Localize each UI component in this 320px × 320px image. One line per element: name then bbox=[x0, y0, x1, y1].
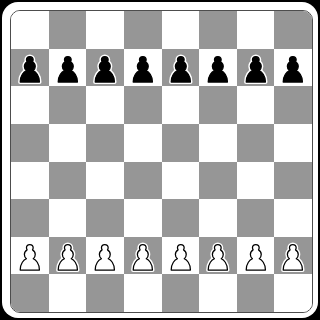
square-a3[interactable] bbox=[11, 199, 49, 237]
square-c6[interactable] bbox=[86, 86, 124, 124]
square-c3[interactable] bbox=[86, 199, 124, 237]
square-c4[interactable] bbox=[86, 162, 124, 200]
square-a4[interactable] bbox=[11, 162, 49, 200]
square-e2[interactable] bbox=[162, 237, 200, 275]
white-pawn[interactable] bbox=[237, 237, 275, 275]
square-b3[interactable] bbox=[49, 199, 87, 237]
square-g8[interactable] bbox=[237, 11, 275, 49]
square-h2[interactable] bbox=[274, 237, 312, 275]
square-g5[interactable] bbox=[237, 124, 275, 162]
square-d7[interactable] bbox=[124, 49, 162, 87]
square-c7[interactable] bbox=[86, 49, 124, 87]
square-b2[interactable] bbox=[49, 237, 87, 275]
square-d5[interactable] bbox=[124, 124, 162, 162]
square-h3[interactable] bbox=[274, 199, 312, 237]
board-frame bbox=[2, 2, 318, 318]
white-pawn[interactable] bbox=[162, 237, 200, 275]
black-pawn[interactable] bbox=[162, 49, 200, 87]
black-pawn[interactable] bbox=[199, 49, 237, 87]
square-h1[interactable] bbox=[274, 274, 312, 312]
square-f6[interactable] bbox=[199, 86, 237, 124]
square-e5[interactable] bbox=[162, 124, 200, 162]
square-e8[interactable] bbox=[162, 11, 200, 49]
square-b4[interactable] bbox=[49, 162, 87, 200]
square-h8[interactable] bbox=[274, 11, 312, 49]
square-f5[interactable] bbox=[199, 124, 237, 162]
square-b1[interactable] bbox=[49, 274, 87, 312]
white-pawn[interactable] bbox=[11, 237, 49, 275]
square-g4[interactable] bbox=[237, 162, 275, 200]
square-g6[interactable] bbox=[237, 86, 275, 124]
white-pawn[interactable] bbox=[274, 237, 312, 275]
square-a5[interactable] bbox=[11, 124, 49, 162]
black-pawn[interactable] bbox=[49, 49, 87, 87]
square-g2[interactable] bbox=[237, 237, 275, 275]
black-pawn[interactable] bbox=[11, 49, 49, 87]
square-a6[interactable] bbox=[11, 86, 49, 124]
square-d4[interactable] bbox=[124, 162, 162, 200]
square-h5[interactable] bbox=[274, 124, 312, 162]
square-b6[interactable] bbox=[49, 86, 87, 124]
square-e4[interactable] bbox=[162, 162, 200, 200]
square-c5[interactable] bbox=[86, 124, 124, 162]
square-d8[interactable] bbox=[124, 11, 162, 49]
square-d2[interactable] bbox=[124, 237, 162, 275]
square-g3[interactable] bbox=[237, 199, 275, 237]
square-a8[interactable] bbox=[11, 11, 49, 49]
square-d1[interactable] bbox=[124, 274, 162, 312]
square-d3[interactable] bbox=[124, 199, 162, 237]
square-a2[interactable] bbox=[11, 237, 49, 275]
white-pawn[interactable] bbox=[124, 237, 162, 275]
square-b7[interactable] bbox=[49, 49, 87, 87]
black-pawn[interactable] bbox=[237, 49, 275, 87]
square-a1[interactable] bbox=[11, 274, 49, 312]
white-pawn[interactable] bbox=[199, 237, 237, 275]
black-pawn[interactable] bbox=[274, 49, 312, 87]
square-f8[interactable] bbox=[199, 11, 237, 49]
square-f1[interactable] bbox=[199, 274, 237, 312]
square-h6[interactable] bbox=[274, 86, 312, 124]
square-h4[interactable] bbox=[274, 162, 312, 200]
chess-board bbox=[10, 10, 313, 313]
square-e6[interactable] bbox=[162, 86, 200, 124]
white-pawn[interactable] bbox=[49, 237, 87, 275]
black-pawn[interactable] bbox=[124, 49, 162, 87]
square-b5[interactable] bbox=[49, 124, 87, 162]
square-b8[interactable] bbox=[49, 11, 87, 49]
square-f7[interactable] bbox=[199, 49, 237, 87]
square-f4[interactable] bbox=[199, 162, 237, 200]
square-e3[interactable] bbox=[162, 199, 200, 237]
square-g1[interactable] bbox=[237, 274, 275, 312]
white-pawn[interactable] bbox=[86, 237, 124, 275]
square-a7[interactable] bbox=[11, 49, 49, 87]
square-e1[interactable] bbox=[162, 274, 200, 312]
square-c2[interactable] bbox=[86, 237, 124, 275]
square-c1[interactable] bbox=[86, 274, 124, 312]
black-pawn[interactable] bbox=[86, 49, 124, 87]
square-g7[interactable] bbox=[237, 49, 275, 87]
square-f2[interactable] bbox=[199, 237, 237, 275]
square-h7[interactable] bbox=[274, 49, 312, 87]
square-e7[interactable] bbox=[162, 49, 200, 87]
square-d6[interactable] bbox=[124, 86, 162, 124]
square-f3[interactable] bbox=[199, 199, 237, 237]
square-c8[interactable] bbox=[86, 11, 124, 49]
